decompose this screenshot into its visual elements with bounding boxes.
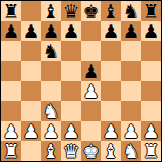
square-g1[interactable]: ♞ (121, 141, 141, 161)
square-e8[interactable]: ♚ (81, 1, 101, 21)
white-pawn[interactable]: ♟ (82, 81, 99, 101)
black-bishop[interactable]: ♝ (42, 1, 59, 21)
square-b7[interactable]: ♟ (21, 21, 41, 41)
black-knight[interactable]: ♞ (42, 41, 59, 61)
square-d2[interactable]: ♟ (61, 121, 81, 141)
square-h4[interactable] (141, 81, 161, 101)
square-e5[interactable]: ♟ (81, 61, 101, 81)
square-g7[interactable]: ♟ (121, 21, 141, 41)
black-pawn[interactable]: ♟ (102, 21, 119, 41)
square-g3[interactable] (121, 101, 141, 121)
black-king[interactable]: ♚ (82, 1, 99, 21)
white-pawn[interactable]: ♟ (102, 121, 119, 141)
square-c5[interactable] (41, 61, 61, 81)
square-e6[interactable] (81, 41, 101, 61)
square-d3[interactable] (61, 101, 81, 121)
square-f3[interactable] (101, 101, 121, 121)
square-a7[interactable]: ♟ (1, 21, 21, 41)
square-d1[interactable]: ♛ (61, 141, 81, 161)
square-h3[interactable] (141, 101, 161, 121)
square-b8[interactable] (21, 1, 41, 21)
square-f8[interactable]: ♝ (101, 1, 121, 21)
square-e3[interactable] (81, 101, 101, 121)
square-d6[interactable] (61, 41, 81, 61)
white-knight[interactable]: ♞ (42, 101, 59, 121)
white-pawn[interactable]: ♟ (2, 121, 19, 141)
white-knight[interactable]: ♞ (122, 141, 139, 161)
black-rook[interactable]: ♜ (142, 1, 159, 21)
white-rook[interactable]: ♜ (2, 141, 19, 161)
square-b2[interactable]: ♟ (21, 121, 41, 141)
square-h1[interactable]: ♜ (141, 141, 161, 161)
square-g4[interactable] (121, 81, 141, 101)
square-a4[interactable] (1, 81, 21, 101)
square-a8[interactable]: ♜ (1, 1, 21, 21)
black-bishop[interactable]: ♝ (102, 1, 119, 21)
white-bishop[interactable]: ♝ (42, 141, 59, 161)
square-a6[interactable] (1, 41, 21, 61)
square-d7[interactable]: ♟ (61, 21, 81, 41)
square-a1[interactable]: ♜ (1, 141, 21, 161)
square-h7[interactable]: ♟ (141, 21, 161, 41)
square-b4[interactable] (21, 81, 41, 101)
square-f1[interactable]: ♝ (101, 141, 121, 161)
black-pawn[interactable]: ♟ (2, 21, 19, 41)
black-knight[interactable]: ♞ (122, 1, 139, 21)
black-rook[interactable]: ♜ (2, 1, 19, 21)
square-b6[interactable] (21, 41, 41, 61)
square-c6[interactable]: ♞ (41, 41, 61, 61)
black-pawn[interactable]: ♟ (122, 21, 139, 41)
square-f4[interactable] (101, 81, 121, 101)
square-c7[interactable]: ♟ (41, 21, 61, 41)
white-king[interactable]: ♚ (82, 141, 99, 161)
white-bishop[interactable]: ♝ (102, 141, 119, 161)
white-queen[interactable]: ♛ (62, 141, 79, 161)
square-c4[interactable] (41, 81, 61, 101)
square-d5[interactable] (61, 61, 81, 81)
square-c8[interactable]: ♝ (41, 1, 61, 21)
black-pawn[interactable]: ♟ (62, 21, 79, 41)
square-h5[interactable] (141, 61, 161, 81)
square-h8[interactable]: ♜ (141, 1, 161, 21)
square-c2[interactable]: ♟ (41, 121, 61, 141)
chess-board: ♜♝♛♚♝♞♜♟♟♟♟♟♟♟♞♟♟♞♟♟♟♟♟♟♟♜♝♛♚♝♞♜ (0, 0, 162, 162)
white-pawn[interactable]: ♟ (22, 121, 39, 141)
square-f5[interactable] (101, 61, 121, 81)
square-e1[interactable]: ♚ (81, 141, 101, 161)
square-e7[interactable] (81, 21, 101, 41)
square-e2[interactable] (81, 121, 101, 141)
square-h6[interactable] (141, 41, 161, 61)
square-b3[interactable] (21, 101, 41, 121)
black-pawn[interactable]: ♟ (142, 21, 159, 41)
white-rook[interactable]: ♜ (142, 141, 159, 161)
square-e4[interactable]: ♟ (81, 81, 101, 101)
black-pawn[interactable]: ♟ (42, 21, 59, 41)
square-d4[interactable] (61, 81, 81, 101)
square-b5[interactable] (21, 61, 41, 81)
white-pawn[interactable]: ♟ (142, 121, 159, 141)
square-a5[interactable] (1, 61, 21, 81)
square-a2[interactable]: ♟ (1, 121, 21, 141)
square-g2[interactable]: ♟ (121, 121, 141, 141)
black-pawn[interactable]: ♟ (82, 61, 99, 81)
black-queen[interactable]: ♛ (62, 1, 79, 21)
square-h2[interactable]: ♟ (141, 121, 161, 141)
square-g8[interactable]: ♞ (121, 1, 141, 21)
square-c1[interactable]: ♝ (41, 141, 61, 161)
white-pawn[interactable]: ♟ (122, 121, 139, 141)
square-c3[interactable]: ♞ (41, 101, 61, 121)
square-d8[interactable]: ♛ (61, 1, 81, 21)
square-a3[interactable] (1, 101, 21, 121)
square-f7[interactable]: ♟ (101, 21, 121, 41)
square-b1[interactable] (21, 141, 41, 161)
square-g5[interactable] (121, 61, 141, 81)
white-pawn[interactable]: ♟ (62, 121, 79, 141)
black-pawn[interactable]: ♟ (22, 21, 39, 41)
white-pawn[interactable]: ♟ (42, 121, 59, 141)
square-f2[interactable]: ♟ (101, 121, 121, 141)
square-f6[interactable] (101, 41, 121, 61)
square-g6[interactable] (121, 41, 141, 61)
